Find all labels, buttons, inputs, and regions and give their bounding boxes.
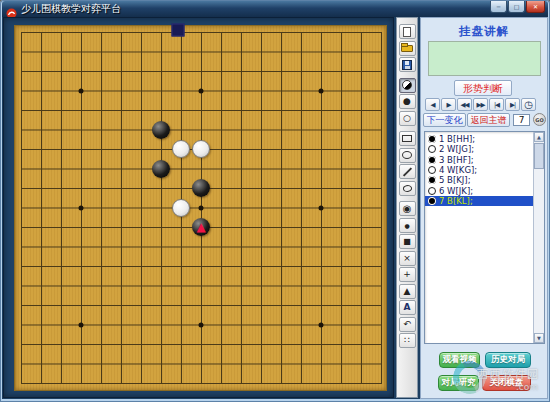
right-panel: 挂盘讲解 形势判断 ◀▶◀◀▶▶|◀▶|◷ 下一变化 返回主谱 GO 1 B[H…	[420, 17, 548, 399]
toolbar: ●○◉●■×+▲A↶∷	[396, 17, 418, 398]
history-games-button[interactable]: 历史对局	[485, 352, 531, 368]
line-tool-button[interactable]	[399, 164, 416, 179]
show-move-numbers-button[interactable]: ∷	[399, 333, 416, 348]
open-file-button[interactable]	[399, 41, 416, 56]
maximize-button[interactable]: □	[508, 1, 525, 13]
cross-mark-tool-button[interactable]: ×	[399, 251, 416, 266]
main-area: ▲ ●○◉●■×+▲A↶∷ 挂盘讲解 形势判断 ◀▶◀◀▶▶|◀▶|◷ 下一变化…	[2, 17, 548, 399]
star-point	[199, 205, 204, 210]
open-file-icon	[401, 45, 413, 52]
plus-mark-tool-icon: +	[403, 270, 411, 279]
undo-icon: ↶	[403, 320, 411, 329]
board-frame: ▲	[3, 17, 394, 398]
star-point	[319, 88, 324, 93]
rect-tool-button[interactable]	[399, 131, 416, 146]
star-point	[79, 88, 84, 93]
triangle-mark-tool-button[interactable]: ▲	[399, 284, 416, 299]
star-point	[199, 322, 204, 327]
close-button[interactable]: ✕	[526, 1, 545, 13]
ellipse-tool-button[interactable]	[399, 148, 416, 163]
game-research-button[interactable]: 对局研究	[438, 375, 479, 391]
stone-white	[172, 199, 190, 217]
titlebar: 少儿围棋教学对弈平台 ─ □ ✕	[2, 1, 548, 17]
black-stone-tool-button[interactable]: ●	[399, 94, 416, 109]
star-point	[319, 205, 324, 210]
show-move-numbers-icon: ∷	[404, 336, 410, 345]
freeform-tool-button[interactable]	[399, 181, 416, 196]
letter-mark-tool-button[interactable]: A	[399, 300, 416, 315]
stone-black	[192, 179, 210, 197]
app-window: 少儿围棋教学对弈平台 ─ □ ✕ ▲ ●○◉●■×+▲A↶∷ 挂盘讲解 形势判断…	[0, 0, 550, 402]
stone-white	[172, 140, 190, 158]
board-grid[interactable]: ▲	[21, 32, 382, 384]
square-mark-tool-icon: ■	[403, 237, 411, 246]
window-controls: ─ □ ✕	[489, 1, 545, 13]
plus-mark-tool-button[interactable]: +	[399, 267, 416, 282]
action-buttons: 观看视频历史对局对局研究关闭棋盘	[421, 18, 547, 398]
app-icon	[6, 4, 17, 15]
black-stone-tool-icon: ●	[403, 97, 411, 106]
alternate-stone-tool-icon	[402, 80, 412, 90]
save-file-button[interactable]	[399, 57, 416, 72]
star-point	[79, 205, 84, 210]
new-file-icon	[403, 27, 411, 37]
save-file-icon	[402, 60, 412, 70]
square-mark-tool-button[interactable]: ■	[399, 234, 416, 249]
star-point	[319, 322, 324, 327]
white-stone-tool-button[interactable]: ○	[399, 111, 416, 126]
stone-black	[152, 160, 170, 178]
navy-square-marker	[172, 24, 185, 37]
line-tool-icon	[402, 167, 411, 176]
rect-tool-icon	[402, 135, 412, 142]
star-point	[199, 88, 204, 93]
triangle-mark-tool-icon: ▲	[404, 287, 411, 296]
last-move-triangle-icon: ▲	[196, 221, 205, 233]
new-file-button[interactable]	[399, 24, 416, 39]
go-board[interactable]: ▲	[14, 25, 387, 391]
dot-mark-tool-icon: ●	[404, 221, 409, 230]
white-stone-tool-icon: ○	[403, 114, 411, 123]
target-mark-tool-icon: ◉	[403, 204, 412, 213]
target-mark-tool-button[interactable]: ◉	[399, 201, 416, 216]
watch-video-button[interactable]: 观看视频	[439, 352, 480, 368]
close-board-button[interactable]: 关闭棋盘	[482, 375, 531, 391]
undo-button[interactable]: ↶	[399, 317, 416, 332]
star-point	[79, 322, 84, 327]
alternate-stone-tool-button[interactable]	[399, 78, 416, 93]
window-title: 少儿围棋教学对弈平台	[21, 2, 121, 16]
stone-white	[192, 140, 210, 158]
freeform-tool-icon	[402, 183, 413, 192]
ellipse-tool-icon	[402, 151, 412, 159]
minimize-button[interactable]: ─	[490, 1, 507, 13]
letter-mark-tool-icon: A	[404, 303, 411, 312]
cross-mark-tool-icon: ×	[403, 254, 411, 263]
stone-black: ▲	[192, 218, 210, 236]
dot-mark-tool-button[interactable]: ●	[399, 218, 416, 233]
stone-black	[152, 121, 170, 139]
